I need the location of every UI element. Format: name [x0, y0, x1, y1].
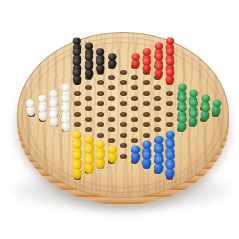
peg-head	[60, 84, 69, 92]
hole-c4-r4[interactable]	[74, 91, 81, 96]
hole-c9-r6[interactable]	[131, 127, 138, 132]
hole-c8-r6[interactable]	[120, 133, 127, 138]
peg-green-c13-r3[interactable]	[176, 114, 187, 132]
peg-blue-c9-r9[interactable]	[129, 146, 140, 164]
hole-c12-r5[interactable]	[166, 101, 173, 106]
hole-c6-r2[interactable]	[97, 80, 104, 85]
hole-c10-r7[interactable]	[143, 133, 150, 138]
peg-head	[165, 161, 175, 170]
peg-head	[165, 140, 175, 149]
peg-head	[71, 161, 81, 170]
peg-head	[84, 53, 93, 61]
peg-head	[165, 151, 175, 160]
peg-head	[165, 58, 174, 66]
peg-white-c2-r2[interactable]	[48, 109, 59, 127]
hole-c8-r4[interactable]	[120, 112, 127, 117]
hole-c9-r4[interactable]	[131, 106, 138, 111]
peg-head	[154, 53, 163, 61]
hole-c8-r2[interactable]	[120, 91, 127, 96]
holes-and-pegs-layer	[0, 0, 239, 239]
hole-c10-r2[interactable]	[143, 80, 150, 85]
hole-c11-r3[interactable]	[154, 85, 161, 90]
hole-c9-r7[interactable]	[131, 138, 138, 143]
peg-yellow-c5-r11[interactable]	[83, 156, 94, 174]
peg-head	[153, 135, 163, 144]
hole-c9-r3[interactable]	[131, 96, 138, 101]
peg-head	[84, 63, 93, 71]
peg-white-c3-r3[interactable]	[59, 114, 70, 132]
hole-c8-r5[interactable]	[120, 122, 127, 127]
hole-c6-r4[interactable]	[97, 101, 104, 106]
peg-body	[130, 152, 139, 163]
peg-head	[71, 130, 81, 139]
hole-c8-r8[interactable]	[120, 154, 127, 159]
peg-head	[95, 58, 104, 66]
hole-c8-r3[interactable]	[120, 101, 127, 106]
hole-c11-r5[interactable]	[154, 106, 161, 111]
peg-head	[188, 109, 198, 118]
hole-c4-r7[interactable]	[74, 122, 81, 127]
peg-head	[72, 48, 81, 56]
hole-c5-r3[interactable]	[85, 85, 92, 90]
peg-head	[165, 130, 175, 139]
peg-head	[71, 140, 81, 149]
hole-c12-r7[interactable]	[166, 122, 173, 127]
hole-c7-r1[interactable]	[108, 75, 115, 80]
hole-c6-r6[interactable]	[97, 122, 104, 127]
peg-head	[153, 156, 163, 165]
peg-head	[142, 151, 152, 160]
hole-c6-r3[interactable]	[97, 91, 104, 96]
peg-body	[153, 69, 162, 79]
peg-yellow-c6-r10[interactable]	[94, 151, 105, 169]
hole-c11-r6[interactable]	[154, 117, 161, 122]
peg-yellow-c7-r9[interactable]	[106, 146, 117, 164]
peg-head	[72, 68, 81, 76]
hole-c7-r6[interactable]	[108, 127, 115, 132]
hole-c7-r3[interactable]	[108, 96, 115, 101]
hole-c9-r5[interactable]	[131, 117, 138, 122]
peg-head	[130, 53, 138, 61]
peg-head	[188, 99, 197, 108]
peg-green-c16-r0[interactable]	[210, 99, 222, 117]
hole-c5-r7[interactable]	[85, 127, 92, 132]
peg-white-c1-r1[interactable]	[36, 104, 47, 122]
peg-black-c7-r0[interactable]	[107, 53, 117, 69]
peg-head	[95, 140, 104, 148]
peg-black-c5-r2[interactable]	[83, 63, 93, 79]
peg-head	[84, 42, 93, 50]
hole-c8-r7[interactable]	[120, 143, 127, 148]
peg-yellow-c4-r12[interactable]	[71, 161, 82, 179]
peg-green-c15-r1[interactable]	[199, 104, 210, 122]
hole-c12-r4[interactable]	[166, 91, 173, 96]
hole-c10-r3[interactable]	[143, 91, 150, 96]
peg-head	[95, 48, 104, 56]
peg-blue-c12-r12[interactable]	[164, 161, 175, 179]
hole-c5-r5[interactable]	[85, 106, 92, 111]
peg-white-c0-r0[interactable]	[24, 99, 36, 117]
hole-c9-r2[interactable]	[131, 85, 138, 90]
peg-blue-c10-r10[interactable]	[141, 151, 152, 169]
peg-head	[72, 37, 81, 45]
hole-c10-r4[interactable]	[143, 101, 150, 106]
peg-head	[165, 37, 174, 45]
hole-c7-r5[interactable]	[108, 117, 115, 122]
hole-c4-r6[interactable]	[74, 112, 81, 117]
hole-c9-r1[interactable]	[131, 75, 138, 80]
hole-c10-r5[interactable]	[143, 112, 150, 117]
peg-head	[83, 156, 93, 165]
peg-head	[83, 135, 93, 144]
hole-c5-r6[interactable]	[85, 117, 92, 122]
peg-head	[83, 146, 93, 155]
hole-c6-r7[interactable]	[97, 133, 104, 138]
peg-red-c9-r0[interactable]	[130, 53, 140, 69]
peg-head	[107, 146, 116, 154]
peg-body	[107, 152, 116, 163]
peg-red-c10-r1[interactable]	[141, 58, 151, 74]
product-photo	[0, 0, 239, 239]
hole-c7-r2[interactable]	[108, 85, 115, 90]
peg-head	[36, 94, 46, 103]
hole-c6-r5[interactable]	[97, 112, 104, 117]
peg-head	[48, 109, 58, 118]
peg-head	[36, 104, 46, 113]
peg-head	[142, 140, 151, 148]
peg-head	[177, 94, 186, 102]
peg-body	[84, 69, 93, 79]
peg-head	[71, 151, 81, 160]
peg-red-c12-r3[interactable]	[164, 68, 174, 85]
hole-c11-r7[interactable]	[154, 127, 161, 132]
peg-black-c4-r3[interactable]	[71, 68, 81, 85]
peg-red-c11-r2[interactable]	[153, 63, 163, 79]
peg-head	[142, 48, 151, 56]
peg-head	[142, 58, 151, 66]
peg-head	[72, 58, 81, 66]
hole-c7-r4[interactable]	[108, 106, 115, 111]
peg-head	[188, 89, 197, 97]
peg-head	[60, 114, 70, 123]
hole-c8-r1[interactable]	[120, 80, 127, 85]
peg-head	[48, 99, 57, 108]
hole-c10-r6[interactable]	[143, 122, 150, 127]
hole-c5-r4[interactable]	[85, 96, 92, 101]
peg-head	[48, 89, 57, 97]
hole-c12-r6[interactable]	[166, 112, 173, 117]
hole-c7-r7[interactable]	[108, 138, 115, 143]
peg-black-c6-r1[interactable]	[95, 58, 105, 74]
hole-c8-r0[interactable]	[120, 70, 127, 75]
peg-head	[95, 151, 105, 160]
peg-head	[60, 104, 69, 113]
peg-head	[60, 94, 69, 102]
hole-c4-r5[interactable]	[74, 101, 81, 106]
peg-head	[107, 53, 115, 61]
hole-c11-r4[interactable]	[154, 96, 161, 101]
peg-green-c14-r2[interactable]	[187, 109, 198, 127]
peg-blue-c11-r11[interactable]	[152, 156, 163, 174]
peg-head	[165, 68, 174, 76]
peg-head	[165, 48, 174, 56]
